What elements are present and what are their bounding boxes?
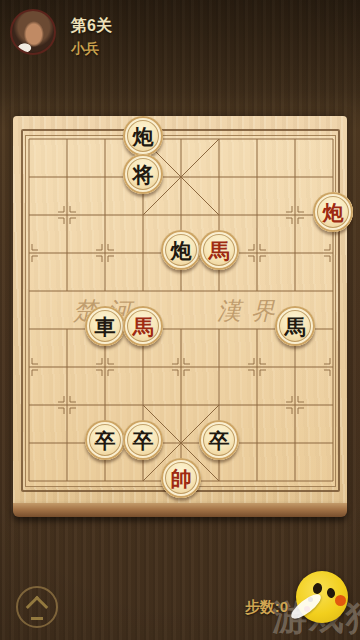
piece-black-cannon-f5r4[interactable]: 炮 <box>161 230 201 270</box>
game-screen: 第6关 小兵 楚河 漢界 炮将炮炮馬車馬馬卒卒卒帥 步数: 0 游戏狗 <box>0 0 360 640</box>
player-rank-label: 小兵 <box>71 40 99 58</box>
board-bottom-edge <box>13 503 347 517</box>
piece-black-chariot-f3r6[interactable]: 車 <box>85 306 125 346</box>
up-arrow-icon <box>26 596 49 619</box>
piece-black-soldier-f6r9[interactable]: 卒 <box>199 420 239 460</box>
expand-up-button[interactable] <box>16 586 58 628</box>
step-counter: 步数: 0 <box>245 598 288 617</box>
piece-black-soldier-f4r9[interactable]: 卒 <box>123 420 163 460</box>
piece-black-cannon-f4r1[interactable]: 炮 <box>123 116 163 156</box>
piece-red-horse-f6r4[interactable]: 馬 <box>199 230 239 270</box>
board[interactable]: 楚河 漢界 炮将炮炮馬車馬馬卒卒卒帥 <box>13 116 347 504</box>
chick-eye-icon <box>326 587 336 598</box>
step-counter-label: 步数: <box>245 598 280 617</box>
piece-black-general-f4r2[interactable]: 将 <box>123 154 163 194</box>
piece-red-general-f5r10[interactable]: 帥 <box>161 458 201 498</box>
piece-red-cannon-f9r3[interactable]: 炮 <box>313 192 353 232</box>
piece-black-horse-f8r6[interactable]: 馬 <box>275 306 315 346</box>
piece-black-soldier-f3r9[interactable]: 卒 <box>85 420 125 460</box>
player-avatar <box>10 9 56 55</box>
piece-red-horse-f4r6[interactable]: 馬 <box>123 306 163 346</box>
level-label: 第6关 <box>71 16 112 37</box>
step-counter-value: 0 <box>280 598 288 617</box>
chick-cheek-icon <box>335 595 346 606</box>
